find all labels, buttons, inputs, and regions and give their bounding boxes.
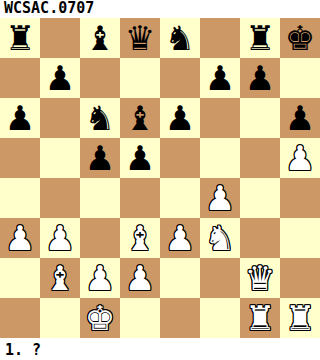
square-g8[interactable]: ♜ [240,18,280,58]
square-c8[interactable]: ♝ [80,18,120,58]
square-g1[interactable]: ♜ [240,298,280,338]
piece-black-bishop: ♝ [125,98,155,138]
piece-black-pawn: ♟ [45,58,75,98]
square-a1[interactable] [0,298,40,338]
square-h4[interactable] [280,178,320,218]
square-e3[interactable]: ♟ [160,218,200,258]
square-d4[interactable] [120,178,160,218]
piece-white-pawn: ♟ [85,258,115,298]
diagram-title: WCSAC.0707 [0,0,320,18]
square-h8[interactable]: ♚ [280,18,320,58]
square-e4[interactable] [160,178,200,218]
square-e2[interactable] [160,258,200,298]
square-c3[interactable] [80,218,120,258]
square-f3[interactable]: ♞ [200,218,240,258]
piece-black-knight: ♞ [165,18,195,58]
piece-black-queen: ♛ [125,18,155,58]
square-b7[interactable]: ♟ [40,58,80,98]
square-b8[interactable] [40,18,80,58]
piece-white-knight: ♞ [205,218,235,258]
piece-black-king: ♚ [285,18,315,58]
square-d2[interactable]: ♟ [120,258,160,298]
square-e5[interactable] [160,138,200,178]
square-b2[interactable]: ♝ [40,258,80,298]
piece-white-king: ♚ [85,298,115,338]
piece-black-pawn: ♟ [85,138,115,178]
square-b6[interactable] [40,98,80,138]
square-f8[interactable] [200,18,240,58]
piece-black-rook: ♜ [245,18,275,58]
piece-white-bishop: ♝ [45,258,75,298]
piece-white-queen: ♛ [245,258,275,298]
square-d8[interactable]: ♛ [120,18,160,58]
square-f2[interactable] [200,258,240,298]
piece-white-pawn: ♟ [45,218,75,258]
square-h2[interactable] [280,258,320,298]
square-g3[interactable] [240,218,280,258]
piece-black-pawn: ♟ [125,138,155,178]
square-a8[interactable]: ♜ [0,18,40,58]
piece-black-pawn: ♟ [165,98,195,138]
square-e1[interactable] [160,298,200,338]
square-b3[interactable]: ♟ [40,218,80,258]
square-d1[interactable] [120,298,160,338]
piece-black-pawn: ♟ [285,98,315,138]
square-g2[interactable]: ♛ [240,258,280,298]
piece-white-rook: ♜ [245,298,275,338]
piece-black-knight: ♞ [85,98,115,138]
piece-black-pawn: ♟ [5,98,35,138]
square-g4[interactable] [240,178,280,218]
square-d5[interactable]: ♟ [120,138,160,178]
square-h7[interactable] [280,58,320,98]
square-h3[interactable] [280,218,320,258]
piece-white-pawn: ♟ [125,258,155,298]
square-f5[interactable] [200,138,240,178]
square-c2[interactable]: ♟ [80,258,120,298]
square-a2[interactable] [0,258,40,298]
square-g7[interactable]: ♟ [240,58,280,98]
square-f4[interactable]: ♟ [200,178,240,218]
move-prompt: 1. ? [0,338,320,360]
piece-white-pawn: ♟ [285,138,315,178]
square-c5[interactable]: ♟ [80,138,120,178]
piece-black-rook: ♜ [5,18,35,58]
square-h1[interactable]: ♜ [280,298,320,338]
square-f6[interactable] [200,98,240,138]
square-c4[interactable] [80,178,120,218]
square-a7[interactable] [0,58,40,98]
square-g5[interactable] [240,138,280,178]
square-e8[interactable]: ♞ [160,18,200,58]
square-b1[interactable] [40,298,80,338]
piece-white-pawn: ♟ [205,178,235,218]
square-c1[interactable]: ♚ [80,298,120,338]
square-f7[interactable]: ♟ [200,58,240,98]
square-h5[interactable]: ♟ [280,138,320,178]
piece-white-pawn: ♟ [5,218,35,258]
square-d3[interactable]: ♝ [120,218,160,258]
piece-white-rook: ♜ [285,298,315,338]
chess-board: ♜♝♛♞♜♚♟♟♟♟♞♝♟♟♟♟♟♟♟♟♝♟♞♝♟♟♛♚♜♜ [0,18,320,338]
square-c6[interactable]: ♞ [80,98,120,138]
square-e6[interactable]: ♟ [160,98,200,138]
square-f1[interactable] [200,298,240,338]
square-c7[interactable] [80,58,120,98]
square-b5[interactable] [40,138,80,178]
piece-black-pawn: ♟ [205,58,235,98]
square-a5[interactable] [0,138,40,178]
piece-white-pawn: ♟ [165,218,195,258]
piece-black-pawn: ♟ [245,58,275,98]
piece-white-bishop: ♝ [125,218,155,258]
square-d6[interactable]: ♝ [120,98,160,138]
square-e7[interactable] [160,58,200,98]
square-d7[interactable] [120,58,160,98]
piece-black-bishop: ♝ [85,18,115,58]
square-b4[interactable] [40,178,80,218]
square-a4[interactable] [0,178,40,218]
square-a3[interactable]: ♟ [0,218,40,258]
square-h6[interactable]: ♟ [280,98,320,138]
square-a6[interactable]: ♟ [0,98,40,138]
square-g6[interactable] [240,98,280,138]
